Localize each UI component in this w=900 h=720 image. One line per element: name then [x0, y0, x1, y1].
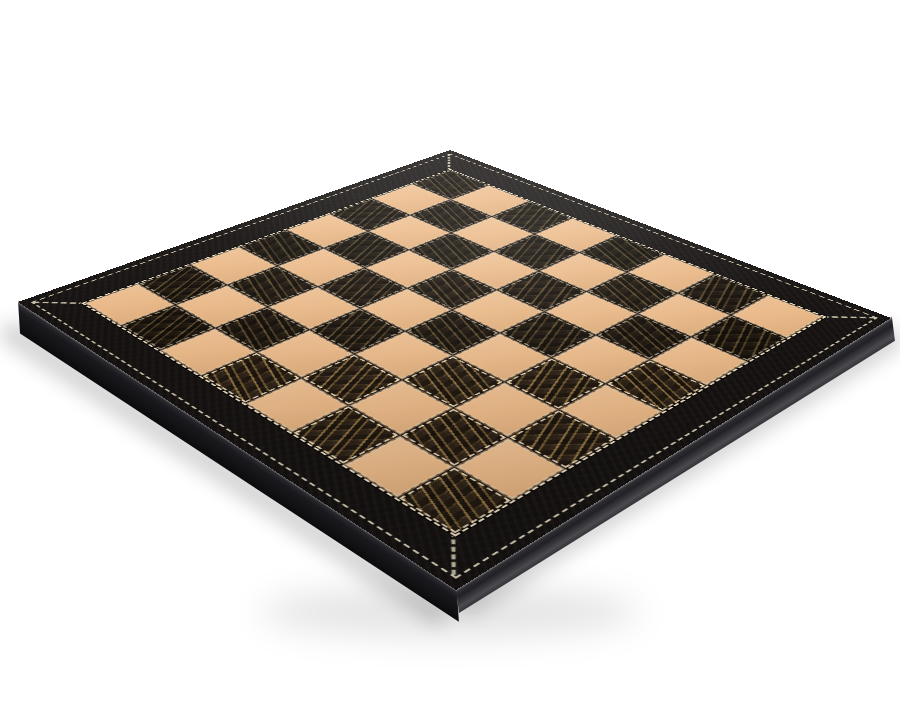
product-photo-stage	[0, 0, 900, 720]
floor-shadow-bottom	[260, 586, 640, 638]
board-grid	[84, 170, 824, 535]
corner-stitch-right	[822, 316, 875, 318]
chess-board	[18, 150, 891, 590]
corner-stitch-top	[448, 154, 451, 170]
corner-stitch-bottom	[451, 532, 455, 575]
corner-stitch-left	[33, 302, 85, 304]
